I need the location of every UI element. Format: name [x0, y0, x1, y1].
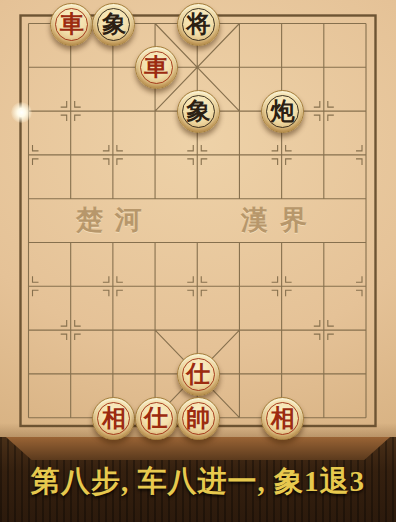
xiangqi-board: 楚河 漢界 車象将車象炮仕相仕帥相 — [0, 0, 396, 437]
piece-glyph: 帥 — [186, 398, 210, 439]
move-annotation: 第八步, 车八进一, 象1退3 — [0, 462, 396, 502]
piece-glyph: 相 — [271, 398, 295, 439]
piece-glyph: 象 — [102, 4, 126, 45]
piece-glyph: 将 — [186, 4, 210, 45]
piece-red-general[interactable]: 帥 — [177, 397, 220, 440]
piece-glyph: 仕 — [144, 398, 168, 439]
pieces-layer: 車象将車象炮仕相仕帥相 — [0, 0, 396, 437]
piece-glyph: 象 — [186, 91, 210, 132]
piece-red-advisor-a[interactable]: 仕 — [177, 353, 220, 396]
piece-red-chariot-a[interactable]: 車 — [50, 3, 93, 46]
piece-black-general[interactable]: 将 — [177, 3, 220, 46]
sparkle-effect — [11, 102, 32, 123]
piece-glyph: 相 — [102, 398, 126, 439]
piece-black-elephant-a[interactable]: 象 — [92, 3, 135, 46]
piece-glyph: 車 — [60, 4, 84, 45]
status-bar: 第八步, 车八进一, 象1退3 — [0, 437, 396, 522]
piece-glyph: 仕 — [186, 354, 210, 395]
piece-red-advisor-b[interactable]: 仕 — [135, 397, 178, 440]
piece-red-elephant-a[interactable]: 相 — [92, 397, 135, 440]
board-edge-bevel — [0, 437, 396, 460]
piece-red-elephant-b[interactable]: 相 — [261, 397, 304, 440]
piece-glyph: 炮 — [271, 91, 295, 132]
piece-black-cannon[interactable]: 炮 — [261, 90, 304, 133]
piece-black-elephant-b[interactable]: 象 — [177, 90, 220, 133]
xiangqi-game-screen: 楚河 漢界 車象将車象炮仕相仕帥相 第八步, 车八进一, 象1退3 — [0, 0, 396, 522]
piece-glyph: 車 — [144, 47, 168, 88]
piece-red-chariot-b[interactable]: 車 — [135, 46, 178, 89]
